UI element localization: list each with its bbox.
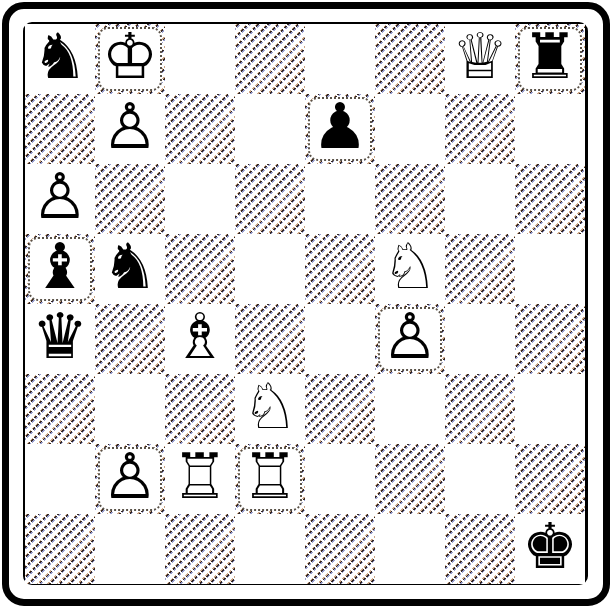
square-e1[interactable]: [305, 514, 375, 584]
square-h2[interactable]: [515, 444, 585, 514]
square-g3[interactable]: [445, 374, 515, 444]
square-d1[interactable]: [235, 514, 305, 584]
square-f6[interactable]: [375, 164, 445, 234]
square-c7[interactable]: [165, 94, 235, 164]
square-c5[interactable]: [165, 234, 235, 304]
square-b7[interactable]: ♙: [95, 94, 165, 164]
square-g7[interactable]: [445, 94, 515, 164]
square-a3[interactable]: [25, 374, 95, 444]
piece-black-bishop[interactable]: ♝: [32, 232, 88, 302]
piece-black-queen[interactable]: ♛: [32, 302, 88, 372]
square-g6[interactable]: [445, 164, 515, 234]
square-c3[interactable]: [165, 374, 235, 444]
square-h6[interactable]: [515, 164, 585, 234]
square-d2[interactable]: ♖: [235, 444, 305, 514]
piece-white-knight[interactable]: ♘: [242, 372, 298, 442]
square-f7[interactable]: [375, 94, 445, 164]
piece-white-bishop[interactable]: ♗: [172, 302, 228, 372]
piece-black-knight[interactable]: ♞: [102, 232, 158, 302]
square-e6[interactable]: [305, 164, 375, 234]
piece-black-king[interactable]: ♚: [522, 512, 578, 582]
square-b6[interactable]: [95, 164, 165, 234]
piece-black-knight[interactable]: ♞: [32, 22, 88, 92]
square-c6[interactable]: [165, 164, 235, 234]
square-a2[interactable]: [25, 444, 95, 514]
piece-white-rook[interactable]: ♖: [242, 442, 298, 512]
piece-white-king[interactable]: ♔: [102, 22, 158, 92]
square-f5[interactable]: ♘: [375, 234, 445, 304]
piece-white-pawn[interactable]: ♙: [102, 442, 158, 512]
square-a5[interactable]: ♝: [25, 234, 95, 304]
square-h5[interactable]: [515, 234, 585, 304]
square-a8[interactable]: ♞: [25, 24, 95, 94]
square-c8[interactable]: [165, 24, 235, 94]
piece-black-rook[interactable]: ♜: [522, 22, 578, 92]
square-e3[interactable]: [305, 374, 375, 444]
piece-white-pawn[interactable]: ♙: [32, 162, 88, 232]
square-d5[interactable]: [235, 234, 305, 304]
square-e5[interactable]: [305, 234, 375, 304]
square-f2[interactable]: [375, 444, 445, 514]
piece-white-pawn[interactable]: ♙: [382, 302, 438, 372]
square-d8[interactable]: [235, 24, 305, 94]
square-e4[interactable]: [305, 304, 375, 374]
square-c2[interactable]: ♖: [165, 444, 235, 514]
square-b3[interactable]: [95, 374, 165, 444]
square-g1[interactable]: [445, 514, 515, 584]
square-h1[interactable]: ♚: [515, 514, 585, 584]
piece-black-pawn[interactable]: ♟: [312, 92, 368, 162]
square-e8[interactable]: [305, 24, 375, 94]
square-h7[interactable]: [515, 94, 585, 164]
square-d3[interactable]: ♘: [235, 374, 305, 444]
square-h8[interactable]: ♜: [515, 24, 585, 94]
square-e7[interactable]: ♟: [305, 94, 375, 164]
square-b1[interactable]: [95, 514, 165, 584]
chess-board: ♞♔♕♜♙♟♙♝♞♘♛♗♙♘♙♖♖♚: [25, 24, 585, 584]
square-d7[interactable]: [235, 94, 305, 164]
square-c4[interactable]: ♗: [165, 304, 235, 374]
square-g4[interactable]: [445, 304, 515, 374]
square-f4[interactable]: ♙: [375, 304, 445, 374]
square-g2[interactable]: [445, 444, 515, 514]
square-a6[interactable]: ♙: [25, 164, 95, 234]
square-b2[interactable]: ♙: [95, 444, 165, 514]
square-e2[interactable]: [305, 444, 375, 514]
piece-white-queen[interactable]: ♕: [452, 22, 508, 92]
piece-white-knight[interactable]: ♘: [382, 232, 438, 302]
square-g8[interactable]: ♕: [445, 24, 515, 94]
square-d6[interactable]: [235, 164, 305, 234]
square-f8[interactable]: [375, 24, 445, 94]
square-h4[interactable]: [515, 304, 585, 374]
square-c1[interactable]: [165, 514, 235, 584]
square-a1[interactable]: [25, 514, 95, 584]
piece-white-rook[interactable]: ♖: [172, 442, 228, 512]
square-b8[interactable]: ♔: [95, 24, 165, 94]
square-h3[interactable]: [515, 374, 585, 444]
square-g5[interactable]: [445, 234, 515, 304]
piece-white-pawn[interactable]: ♙: [102, 92, 158, 162]
square-b5[interactable]: ♞: [95, 234, 165, 304]
square-f1[interactable]: [375, 514, 445, 584]
square-a7[interactable]: [25, 94, 95, 164]
square-b4[interactable]: [95, 304, 165, 374]
square-d4[interactable]: [235, 304, 305, 374]
square-f3[interactable]: [375, 374, 445, 444]
square-a4[interactable]: ♛: [25, 304, 95, 374]
